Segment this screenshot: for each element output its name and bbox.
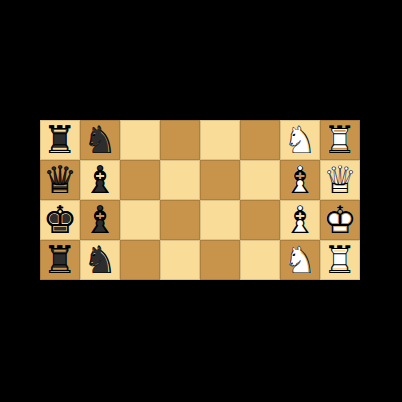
square-f1[interactable]: [240, 240, 280, 280]
square-a4[interactable]: ♜♖: [40, 120, 80, 160]
white-bishop-glyph-outline: ♗: [280, 200, 320, 240]
square-h2[interactable]: ♚♔: [320, 200, 360, 240]
square-d4[interactable]: [160, 120, 200, 160]
black-queen[interactable]: ♛♕: [40, 160, 80, 200]
square-e3[interactable]: [200, 160, 240, 200]
white-knight[interactable]: ♞♘: [280, 240, 320, 280]
square-b3[interactable]: ♝♗: [80, 160, 120, 200]
black-bishop-glyph-outline: ♗: [80, 200, 120, 240]
square-a3[interactable]: ♛♕: [40, 160, 80, 200]
white-knight-glyph-outline: ♘: [280, 240, 320, 280]
black-king[interactable]: ♚♔: [40, 200, 80, 240]
square-c4[interactable]: [120, 120, 160, 160]
square-a1[interactable]: ♜♖: [40, 240, 80, 280]
square-a2[interactable]: ♚♔: [40, 200, 80, 240]
square-b4[interactable]: ♞♘: [80, 120, 120, 160]
square-e4[interactable]: [200, 120, 240, 160]
black-king-glyph-outline: ♔: [40, 200, 80, 240]
black-bishop[interactable]: ♝♗: [80, 160, 120, 200]
square-h4[interactable]: ♜♖: [320, 120, 360, 160]
white-bishop[interactable]: ♝♗: [280, 160, 320, 200]
square-b2[interactable]: ♝♗: [80, 200, 120, 240]
square-g3[interactable]: ♝♗: [280, 160, 320, 200]
black-rook[interactable]: ♜♖: [40, 120, 80, 160]
square-f4[interactable]: [240, 120, 280, 160]
square-f3[interactable]: [240, 160, 280, 200]
white-knight-glyph-outline: ♘: [280, 120, 320, 160]
square-c3[interactable]: [120, 160, 160, 200]
square-f2[interactable]: [240, 200, 280, 240]
black-queen-glyph-outline: ♕: [40, 160, 80, 200]
square-h1[interactable]: ♜♖: [320, 240, 360, 280]
black-bishop-glyph-outline: ♗: [80, 160, 120, 200]
white-rook[interactable]: ♜♖: [320, 240, 360, 280]
white-queen[interactable]: ♛♕: [320, 160, 360, 200]
black-bishop[interactable]: ♝♗: [80, 200, 120, 240]
white-rook[interactable]: ♜♖: [320, 120, 360, 160]
black-rook-glyph-outline: ♖: [40, 120, 80, 160]
black-rook-glyph-outline: ♖: [40, 240, 80, 280]
square-g4[interactable]: ♞♘: [280, 120, 320, 160]
black-knight[interactable]: ♞♘: [80, 240, 120, 280]
square-g1[interactable]: ♞♘: [280, 240, 320, 280]
white-bishop[interactable]: ♝♗: [280, 200, 320, 240]
square-c2[interactable]: [120, 200, 160, 240]
white-king-glyph-outline: ♔: [320, 200, 360, 240]
square-e2[interactable]: [200, 200, 240, 240]
square-h3[interactable]: ♛♕: [320, 160, 360, 200]
square-d1[interactable]: [160, 240, 200, 280]
chessboard: ♜♖♞♘♞♘♜♖♛♕♝♗♝♗♛♕♚♔♝♗♝♗♚♔♜♖♞♘♞♘♜♖: [40, 120, 360, 280]
white-king[interactable]: ♚♔: [320, 200, 360, 240]
black-knight-glyph-outline: ♘: [80, 120, 120, 160]
black-rook[interactable]: ♜♖: [40, 240, 80, 280]
white-bishop-glyph-outline: ♗: [280, 160, 320, 200]
white-rook-glyph-outline: ♖: [320, 240, 360, 280]
app-background: ♜♖♞♘♞♘♜♖♛♕♝♗♝♗♛♕♚♔♝♗♝♗♚♔♜♖♞♘♞♘♜♖: [0, 0, 402, 402]
square-e1[interactable]: [200, 240, 240, 280]
square-g2[interactable]: ♝♗: [280, 200, 320, 240]
white-rook-glyph-outline: ♖: [320, 120, 360, 160]
square-b1[interactable]: ♞♘: [80, 240, 120, 280]
black-knight-glyph-outline: ♘: [80, 240, 120, 280]
square-c1[interactable]: [120, 240, 160, 280]
white-queen-glyph-outline: ♕: [320, 160, 360, 200]
white-knight[interactable]: ♞♘: [280, 120, 320, 160]
square-d3[interactable]: [160, 160, 200, 200]
square-d2[interactable]: [160, 200, 200, 240]
black-knight[interactable]: ♞♘: [80, 120, 120, 160]
